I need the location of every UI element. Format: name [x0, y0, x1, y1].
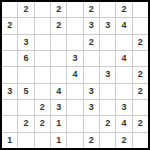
clue-number: 3	[72, 54, 77, 63]
grid-cell-r4c6[interactable]	[84, 51, 99, 66]
grid-cell-r9c9[interactable]	[133, 133, 148, 148]
grid-cell-r9c4[interactable]: 1	[51, 133, 66, 148]
grid-cell-r6c5[interactable]	[67, 84, 82, 99]
clue-number: 2	[138, 87, 143, 96]
grid-cell-r2c3[interactable]	[35, 18, 50, 33]
grid-cell-r2c4[interactable]: 2	[51, 18, 66, 33]
clue-number: 2	[56, 5, 61, 14]
grid-cell-r3c7[interactable]	[100, 35, 115, 50]
clue-number: 3	[121, 103, 126, 112]
grid-cell-r6c6[interactable]: 3	[84, 84, 99, 99]
grid-cell-r1c2[interactable]: 2	[18, 2, 33, 17]
grid-cell-r9c3[interactable]	[35, 133, 50, 148]
grid-cell-r3c2[interactable]: 3	[18, 35, 33, 50]
grid-cell-r3c9[interactable]: 2	[133, 35, 148, 50]
clue-number: 3	[105, 21, 110, 30]
clue-number: 3	[89, 87, 94, 96]
grid-cell-r1c8[interactable]: 2	[116, 2, 131, 17]
clue-number: 2	[121, 136, 126, 145]
clue-number: 2	[89, 38, 94, 47]
clue-number: 1	[56, 136, 61, 145]
grid-cell-r6c7[interactable]	[100, 84, 115, 99]
grid-cell-r6c9[interactable]: 2	[133, 84, 148, 99]
clue-number: 2	[40, 103, 45, 112]
grid-cell-r2c8[interactable]: 4	[116, 18, 131, 33]
clue-number: 3	[23, 38, 28, 47]
grid-cell-r1c9[interactable]	[133, 2, 148, 17]
grid-cell-r5c4[interactable]	[51, 67, 66, 82]
clue-number: 3	[89, 21, 94, 30]
grid-cell-r2c5[interactable]	[67, 18, 82, 33]
grid-cell-r5c2[interactable]	[18, 67, 33, 82]
grid-cell-r8c8[interactable]: 4	[116, 116, 131, 131]
grid-cell-r4c2[interactable]: 6	[18, 51, 33, 66]
grid-cell-r4c1[interactable]	[2, 51, 17, 66]
grid-cell-r1c6[interactable]: 2	[84, 2, 99, 17]
clue-number: 2	[7, 21, 12, 30]
grid-cell-r8c5[interactable]	[67, 116, 82, 131]
clue-number: 3	[105, 70, 110, 79]
grid-cell-r8c7[interactable]: 2	[100, 116, 115, 131]
grid-cell-r7c7[interactable]	[100, 100, 115, 115]
grid-cell-r9c1[interactable]: 1	[2, 133, 17, 148]
clue-number: 4	[121, 21, 126, 30]
grid-cell-r1c7[interactable]	[100, 2, 115, 17]
grid-cell-r2c2[interactable]	[18, 18, 33, 33]
clue-number: 1	[56, 119, 61, 128]
grid-cell-r5c9[interactable]: 2	[133, 67, 148, 82]
clue-number: 2	[89, 136, 94, 145]
grid-cell-r3c1[interactable]	[2, 35, 17, 50]
clue-number: 4	[121, 54, 126, 63]
clue-number: 3	[56, 103, 61, 112]
grid-cell-r9c5[interactable]	[67, 133, 82, 148]
grid-cell-r5c6[interactable]	[84, 67, 99, 82]
grid-cell-r3c3[interactable]	[35, 35, 50, 50]
grid-cell-r2c7[interactable]: 3	[100, 18, 115, 33]
clue-number: 2	[56, 21, 61, 30]
grid-cell-r5c3[interactable]	[35, 67, 50, 82]
grid-cell-r4c4[interactable]	[51, 51, 66, 66]
grid-cell-r9c7[interactable]	[100, 133, 115, 148]
clue-number: 2	[23, 119, 28, 128]
grid-cell-r1c4[interactable]: 2	[51, 2, 66, 17]
clue-number: 4	[121, 119, 126, 128]
grid-cell-r7c9[interactable]	[133, 100, 148, 115]
clue-number: 6	[23, 54, 28, 63]
grid-cell-r4c5[interactable]: 3	[67, 51, 82, 66]
grid-cell-r2c6[interactable]: 3	[84, 18, 99, 33]
grid-cell-r3c5[interactable]	[67, 35, 82, 50]
clue-number: 1	[7, 136, 12, 145]
grid-cell-r9c2[interactable]	[18, 133, 33, 148]
grid-cell-r7c5[interactable]	[67, 100, 82, 115]
grid-cell-r2c1[interactable]: 2	[2, 18, 17, 33]
grid-cell-r3c6[interactable]: 2	[84, 35, 99, 50]
grid-cell-r8c6[interactable]	[84, 116, 99, 131]
grid-cell-r5c7[interactable]: 3	[100, 67, 115, 82]
grid-cell-r6c3[interactable]	[35, 84, 50, 99]
grid-cell-r4c8[interactable]: 4	[116, 51, 131, 66]
grid-cell-r5c1[interactable]	[2, 67, 17, 82]
clue-number: 2	[105, 119, 110, 128]
grid-cell-r7c4[interactable]: 3	[51, 100, 66, 115]
grid-cell-r1c3[interactable]	[35, 2, 50, 17]
grid-cell-r1c1[interactable]	[2, 2, 17, 17]
clue-number: 2	[40, 119, 45, 128]
clue-number: 5	[23, 87, 28, 96]
grid-cell-r8c3[interactable]: 2	[35, 116, 50, 131]
clue-number: 2	[138, 70, 143, 79]
grid-cell-r6c4[interactable]: 4	[51, 84, 66, 99]
clue-number: 3	[89, 103, 94, 112]
clue-number: 4	[72, 70, 77, 79]
grid-cell-r3c4[interactable]	[51, 35, 66, 50]
clue-number: 2	[23, 5, 28, 14]
grid-cell-r8c4[interactable]: 1	[51, 116, 66, 131]
grid-cell-r4c7[interactable]	[100, 51, 115, 66]
grid-cell-r4c9[interactable]	[133, 51, 148, 66]
grid-cell-r8c2[interactable]: 2	[18, 116, 33, 131]
grid-cell-r7c8[interactable]: 3	[116, 100, 131, 115]
grid-cell-r8c9[interactable]: 2	[133, 116, 148, 131]
clue-number: 3	[7, 87, 12, 96]
clue-number: 2	[89, 5, 94, 14]
grid-cell-r4c3[interactable]	[35, 51, 50, 66]
clue-number: 2	[138, 119, 143, 128]
grid-cell-r7c3[interactable]: 2	[35, 100, 50, 115]
grid-cell-r7c6[interactable]: 3	[84, 100, 99, 115]
grid-cell-r9c8[interactable]: 2	[116, 133, 131, 148]
grid-cell-r8c1[interactable]	[2, 116, 17, 131]
grid-cell-r9c6[interactable]: 2	[84, 133, 99, 148]
grid-cell-r7c1[interactable]	[2, 100, 17, 115]
clue-number: 4	[56, 87, 61, 96]
grid-cell-r3c8[interactable]	[116, 35, 131, 50]
grid-cell-r5c5[interactable]: 4	[67, 67, 82, 82]
grid-cell-r7c2[interactable]	[18, 100, 33, 115]
clue-number: 2	[121, 5, 126, 14]
puzzle-board: 2222223343226344323543223332212421122	[0, 0, 150, 150]
grid-cell-r2c9[interactable]	[133, 18, 148, 33]
clue-number: 2	[138, 38, 143, 47]
grid-cell-r6c1[interactable]: 3	[2, 84, 17, 99]
grid-cell-r6c2[interactable]: 5	[18, 84, 33, 99]
grid-cell-r1c5[interactable]	[67, 2, 82, 17]
grid-cell-r5c8[interactable]	[116, 67, 131, 82]
grid-cell-r6c8[interactable]	[116, 84, 131, 99]
